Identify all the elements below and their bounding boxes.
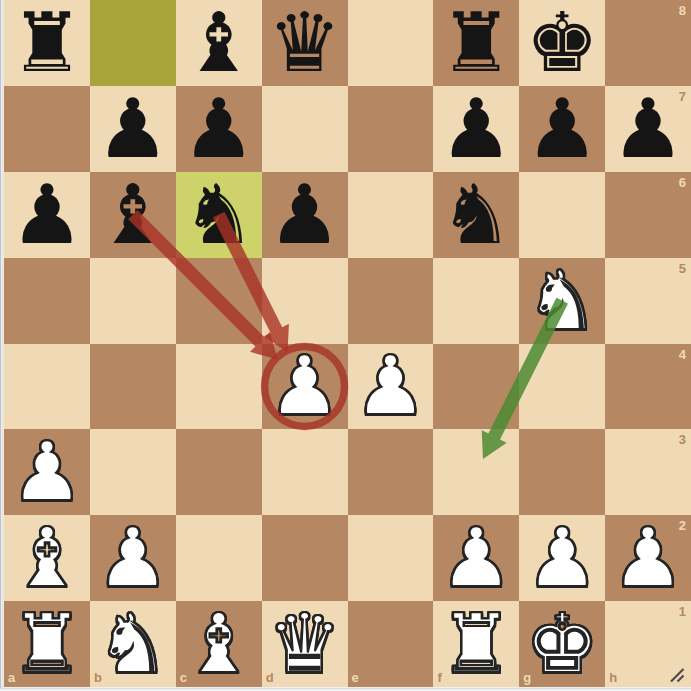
black-knight[interactable]: ♞ (440, 174, 514, 256)
square-a3[interactable]: ♟ (4, 429, 90, 515)
white-pawn[interactable]: ♟ (10, 431, 84, 513)
square-f8[interactable]: ♜ (433, 0, 519, 86)
square-e4[interactable]: ♟ (348, 344, 434, 430)
square-a1[interactable]: ♜a (4, 601, 90, 687)
square-c2[interactable] (176, 515, 262, 601)
square-h2[interactable]: ♟2 (605, 515, 691, 601)
black-pawn[interactable]: ♟ (611, 88, 685, 170)
black-pawn[interactable]: ♟ (268, 174, 342, 256)
black-pawn[interactable]: ♟ (10, 174, 84, 256)
white-bishop[interactable]: ♝ (182, 603, 256, 685)
white-pawn[interactable]: ♟ (440, 517, 514, 599)
square-d8[interactable]: ♛ (262, 0, 348, 86)
chess-board[interactable]: ♜♝♛♜♚8♟♟♟♟♟7♟♝♞♟♞6♞5♟♟4♟3♝♟♟♟♟2♜a♞b♝c♛de… (4, 0, 691, 687)
square-a6[interactable]: ♟ (4, 172, 90, 258)
white-pawn[interactable]: ♟ (268, 345, 342, 427)
black-pawn[interactable]: ♟ (182, 88, 256, 170)
square-a2[interactable]: ♝ (4, 515, 90, 601)
white-king[interactable]: ♚ (525, 603, 599, 685)
square-f7[interactable]: ♟ (433, 86, 519, 172)
square-f1[interactable]: ♜f (433, 601, 519, 687)
square-h6[interactable]: 6 (605, 172, 691, 258)
black-queen[interactable]: ♛ (268, 2, 342, 84)
square-g2[interactable]: ♟ (519, 515, 605, 601)
square-g6[interactable] (519, 172, 605, 258)
rank-label-3: 3 (679, 432, 686, 447)
square-g1[interactable]: ♚g (519, 601, 605, 687)
square-c8[interactable]: ♝ (176, 0, 262, 86)
square-b1[interactable]: ♞b (90, 601, 176, 687)
square-d7[interactable] (262, 86, 348, 172)
black-bishop[interactable]: ♝ (96, 174, 170, 256)
white-knight[interactable]: ♞ (525, 260, 599, 342)
square-c3[interactable] (176, 429, 262, 515)
rank-label-1: 1 (679, 604, 686, 619)
square-a5[interactable] (4, 258, 90, 344)
white-bishop[interactable]: ♝ (10, 517, 84, 599)
square-d1[interactable]: ♛d (262, 601, 348, 687)
black-pawn[interactable]: ♟ (96, 88, 170, 170)
square-h8[interactable]: 8 (605, 0, 691, 86)
square-b3[interactable] (90, 429, 176, 515)
white-rook[interactable]: ♜ (10, 603, 84, 685)
square-f3[interactable] (433, 429, 519, 515)
square-b8[interactable] (90, 0, 176, 86)
square-d4[interactable]: ♟ (262, 344, 348, 430)
square-h3[interactable]: 3 (605, 429, 691, 515)
square-f5[interactable] (433, 258, 519, 344)
black-rook[interactable]: ♜ (440, 2, 514, 84)
black-pawn[interactable]: ♟ (525, 88, 599, 170)
square-d3[interactable] (262, 429, 348, 515)
square-f2[interactable]: ♟ (433, 515, 519, 601)
square-a7[interactable] (4, 86, 90, 172)
rank-label-4: 4 (679, 347, 686, 362)
black-rook[interactable]: ♜ (10, 2, 84, 84)
square-b5[interactable] (90, 258, 176, 344)
white-knight[interactable]: ♞ (96, 603, 170, 685)
square-d2[interactable] (262, 515, 348, 601)
square-c4[interactable] (176, 344, 262, 430)
black-knight[interactable]: ♞ (182, 174, 256, 256)
white-pawn[interactable]: ♟ (354, 345, 428, 427)
square-c7[interactable]: ♟ (176, 86, 262, 172)
square-a8[interactable]: ♜ (4, 0, 90, 86)
square-b7[interactable]: ♟ (90, 86, 176, 172)
file-label-e: e (352, 670, 359, 685)
square-c6[interactable]: ♞ (176, 172, 262, 258)
square-d6[interactable]: ♟ (262, 172, 348, 258)
square-g5[interactable]: ♞ (519, 258, 605, 344)
square-f4[interactable] (433, 344, 519, 430)
rank-label-5: 5 (679, 261, 686, 276)
square-b6[interactable]: ♝ (90, 172, 176, 258)
square-e8[interactable] (348, 0, 434, 86)
black-bishop[interactable]: ♝ (182, 2, 256, 84)
square-g7[interactable]: ♟ (519, 86, 605, 172)
square-e5[interactable] (348, 258, 434, 344)
square-e3[interactable] (348, 429, 434, 515)
square-e6[interactable] (348, 172, 434, 258)
square-e1[interactable]: e (348, 601, 434, 687)
square-e7[interactable] (348, 86, 434, 172)
black-king[interactable]: ♚ (525, 2, 599, 84)
rank-label-6: 6 (679, 175, 686, 190)
square-e2[interactable] (348, 515, 434, 601)
square-g4[interactable] (519, 344, 605, 430)
square-h7[interactable]: ♟7 (605, 86, 691, 172)
square-b4[interactable] (90, 344, 176, 430)
square-c1[interactable]: ♝c (176, 601, 262, 687)
square-a4[interactable] (4, 344, 90, 430)
square-g3[interactable] (519, 429, 605, 515)
file-label-h: h (609, 670, 617, 685)
square-c5[interactable] (176, 258, 262, 344)
black-pawn[interactable]: ♟ (440, 88, 514, 170)
white-pawn[interactable]: ♟ (525, 517, 599, 599)
resize-grip-icon[interactable] (668, 666, 686, 684)
square-h4[interactable]: 4 (605, 344, 691, 430)
square-b2[interactable]: ♟ (90, 515, 176, 601)
white-queen[interactable]: ♛ (268, 603, 342, 685)
white-rook[interactable]: ♜ (440, 603, 514, 685)
square-d5[interactable] (262, 258, 348, 344)
square-f6[interactable]: ♞ (433, 172, 519, 258)
square-g8[interactable]: ♚ (519, 0, 605, 86)
white-pawn[interactable]: ♟ (96, 517, 170, 599)
white-pawn[interactable]: ♟ (611, 517, 685, 599)
rank-label-8: 8 (679, 3, 686, 18)
square-h5[interactable]: 5 (605, 258, 691, 344)
